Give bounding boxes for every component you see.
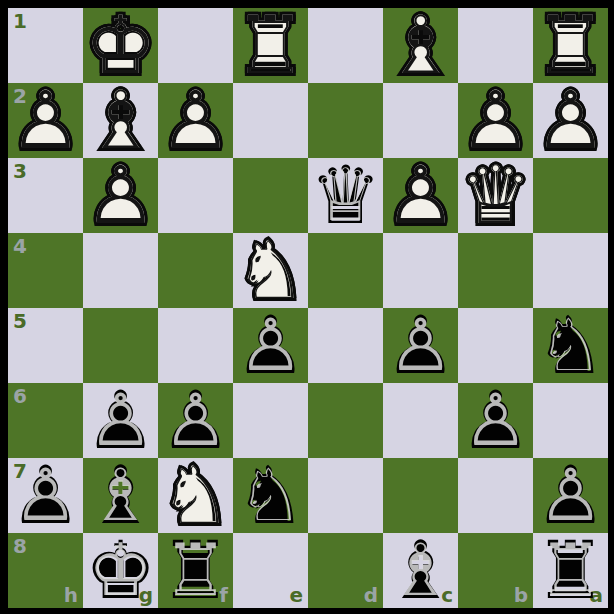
- square-f1[interactable]: [158, 8, 233, 83]
- square-c4[interactable]: [383, 233, 458, 308]
- square-b8[interactable]: b: [458, 533, 533, 608]
- piece-detail-layer: ♕: [458, 158, 533, 233]
- square-f2[interactable]: ♟♟♙: [158, 83, 233, 158]
- square-c1[interactable]: ♝♝♗: [383, 8, 458, 83]
- white-pawn-icon[interactable]: ♟♟♙: [83, 158, 158, 233]
- black-pawn-icon[interactable]: ♟♙: [8, 458, 83, 533]
- square-f8[interactable]: f♜♖: [158, 533, 233, 608]
- square-a8[interactable]: a♜♖: [533, 533, 608, 608]
- white-pawn-icon[interactable]: ♟♟♙: [533, 83, 608, 158]
- square-c3[interactable]: ♟♟♙: [383, 158, 458, 233]
- black-bishop-icon[interactable]: ♝♗: [383, 533, 458, 608]
- piece-detail-layer: ♙: [83, 158, 158, 233]
- square-e6[interactable]: [233, 383, 308, 458]
- square-c2[interactable]: [383, 83, 458, 158]
- piece-detail-layer: ♙: [8, 83, 83, 158]
- piece-detail-layer: ♖: [533, 8, 608, 83]
- white-bishop-icon[interactable]: ♝♝♗: [383, 8, 458, 83]
- piece-detail-layer: ♙: [162, 387, 230, 455]
- white-rook-icon[interactable]: ♜♜♖: [533, 8, 608, 83]
- square-d6[interactable]: [308, 383, 383, 458]
- square-e7[interactable]: ♞♘: [233, 458, 308, 533]
- file-label-e: e: [289, 585, 303, 605]
- black-knight-icon[interactable]: ♞♘: [233, 458, 308, 533]
- piece-detail-layer: ♗: [83, 83, 158, 158]
- square-g4[interactable]: [83, 233, 158, 308]
- square-h1[interactable]: 1: [8, 8, 83, 83]
- rank-label-4: 4: [13, 236, 27, 256]
- square-b6[interactable]: ♟♙: [458, 383, 533, 458]
- square-h6[interactable]: 6: [8, 383, 83, 458]
- square-d3[interactable]: ♛♕: [308, 158, 383, 233]
- piece-detail-layer: ♗: [383, 8, 458, 83]
- white-bishop-icon[interactable]: ♝♝♗: [83, 83, 158, 158]
- piece-detail-layer: ♗: [387, 537, 455, 605]
- file-label-h: h: [64, 585, 78, 605]
- square-b3[interactable]: ♛♛♕: [458, 158, 533, 233]
- piece-detail-layer: ♙: [537, 462, 605, 530]
- piece-detail-layer: ♙: [462, 387, 530, 455]
- piece-detail-layer: ♗: [87, 462, 155, 530]
- black-pawn-icon[interactable]: ♟♙: [383, 308, 458, 383]
- square-e3[interactable]: [233, 158, 308, 233]
- square-g1[interactable]: ♚♚♔: [83, 8, 158, 83]
- square-d2[interactable]: [308, 83, 383, 158]
- square-a1[interactable]: ♜♜♖: [533, 8, 608, 83]
- piece-detail-layer: ♙: [87, 387, 155, 455]
- square-d5[interactable]: [308, 308, 383, 383]
- piece-detail-layer: ♘: [233, 233, 308, 308]
- square-b4[interactable]: [458, 233, 533, 308]
- square-a6[interactable]: [533, 383, 608, 458]
- white-pawn-icon[interactable]: ♟♟♙: [383, 158, 458, 233]
- piece-detail-layer: ♙: [158, 83, 233, 158]
- square-c8[interactable]: c♝♗: [383, 533, 458, 608]
- black-pawn-icon[interactable]: ♟♙: [158, 383, 233, 458]
- piece-detail-layer: ♔: [83, 8, 158, 83]
- piece-detail-layer: ♙: [533, 83, 608, 158]
- square-h3[interactable]: 3: [8, 158, 83, 233]
- square-a4[interactable]: [533, 233, 608, 308]
- square-c6[interactable]: [383, 383, 458, 458]
- black-rook-icon[interactable]: ♜♖: [533, 533, 608, 608]
- piece-detail-layer: ♘: [158, 458, 233, 533]
- piece-detail-layer: ♘: [537, 312, 605, 380]
- square-g8[interactable]: g♚♔: [83, 533, 158, 608]
- white-queen-icon[interactable]: ♛♛♕: [458, 158, 533, 233]
- square-h2[interactable]: 2♟♟♙: [8, 83, 83, 158]
- square-e8[interactable]: e: [233, 533, 308, 608]
- piece-detail-layer: ♖: [233, 8, 308, 83]
- board-frame: 1♚♚♔♜♜♖♝♝♗♜♜♖2♟♟♙♝♝♗♟♟♙♟♟♙♟♟♙3♟♟♙♛♕♟♟♙♛♛…: [0, 0, 614, 614]
- square-a7[interactable]: ♟♙: [533, 458, 608, 533]
- piece-detail-layer: ♔: [87, 537, 155, 605]
- white-pawn-icon[interactable]: ♟♟♙: [158, 83, 233, 158]
- white-knight-icon[interactable]: ♞♞♘: [233, 233, 308, 308]
- black-pawn-icon[interactable]: ♟♙: [233, 308, 308, 383]
- square-b2[interactable]: ♟♟♙: [458, 83, 533, 158]
- square-h7[interactable]: 7♟♙: [8, 458, 83, 533]
- square-d7[interactable]: [308, 458, 383, 533]
- square-g7[interactable]: ♝♗: [83, 458, 158, 533]
- square-g3[interactable]: ♟♟♙: [83, 158, 158, 233]
- piece-detail-layer: ♖: [537, 537, 605, 605]
- square-d4[interactable]: [308, 233, 383, 308]
- square-c7[interactable]: [383, 458, 458, 533]
- black-pawn-icon[interactable]: ♟♙: [83, 383, 158, 458]
- square-c5[interactable]: ♟♙: [383, 308, 458, 383]
- black-pawn-icon[interactable]: ♟♙: [533, 458, 608, 533]
- square-e1[interactable]: ♜♜♖: [233, 8, 308, 83]
- piece-detail-layer: ♖: [162, 537, 230, 605]
- white-pawn-icon[interactable]: ♟♟♙: [8, 83, 83, 158]
- black-rook-icon[interactable]: ♜♖: [158, 533, 233, 608]
- square-f3[interactable]: [158, 158, 233, 233]
- square-d8[interactable]: d: [308, 533, 383, 608]
- square-h8[interactable]: 8h: [8, 533, 83, 608]
- square-b1[interactable]: [458, 8, 533, 83]
- white-rook-icon[interactable]: ♜♜♖: [233, 8, 308, 83]
- square-e2[interactable]: [233, 83, 308, 158]
- rank-label-6: 6: [13, 386, 27, 406]
- white-knight-icon[interactable]: ♞♞♘: [158, 458, 233, 533]
- square-d1[interactable]: [308, 8, 383, 83]
- square-h4[interactable]: 4: [8, 233, 83, 308]
- square-e4[interactable]: ♞♞♘: [233, 233, 308, 308]
- square-h5[interactable]: 5: [8, 308, 83, 383]
- piece-detail-layer: ♙: [237, 312, 305, 380]
- square-f5[interactable]: [158, 308, 233, 383]
- white-pawn-icon[interactable]: ♟♟♙: [458, 83, 533, 158]
- square-f4[interactable]: [158, 233, 233, 308]
- piece-detail-layer: ♕: [312, 162, 380, 230]
- rank-label-5: 5: [13, 311, 27, 331]
- black-bishop-icon[interactable]: ♝♗: [83, 458, 158, 533]
- chess-board: 1♚♚♔♜♜♖♝♝♗♜♜♖2♟♟♙♝♝♗♟♟♙♟♟♙♟♟♙3♟♟♙♛♕♟♟♙♛♛…: [8, 8, 608, 608]
- white-king-icon[interactable]: ♚♚♔: [83, 8, 158, 83]
- square-a2[interactable]: ♟♟♙: [533, 83, 608, 158]
- black-pawn-icon[interactable]: ♟♙: [458, 383, 533, 458]
- square-g5[interactable]: [83, 308, 158, 383]
- square-f6[interactable]: ♟♙: [158, 383, 233, 458]
- rank-label-1: 1: [13, 11, 27, 31]
- square-a3[interactable]: [533, 158, 608, 233]
- black-knight-icon[interactable]: ♞♘: [533, 308, 608, 383]
- piece-detail-layer: ♙: [383, 158, 458, 233]
- piece-detail-layer: ♙: [387, 312, 455, 380]
- piece-detail-layer: ♙: [12, 462, 80, 530]
- square-g6[interactable]: ♟♙: [83, 383, 158, 458]
- file-label-b: b: [514, 585, 528, 605]
- square-a5[interactable]: ♞♘: [533, 308, 608, 383]
- piece-detail-layer: ♘: [237, 462, 305, 530]
- black-king-icon[interactable]: ♚♔: [83, 533, 158, 608]
- square-b7[interactable]: [458, 458, 533, 533]
- square-e5[interactable]: ♟♙: [233, 308, 308, 383]
- black-queen-icon[interactable]: ♛♕: [308, 158, 383, 233]
- file-label-d: d: [364, 585, 378, 605]
- square-f7[interactable]: ♞♞♘: [158, 458, 233, 533]
- square-g2[interactable]: ♝♝♗: [83, 83, 158, 158]
- square-b5[interactable]: [458, 308, 533, 383]
- piece-detail-layer: ♙: [458, 83, 533, 158]
